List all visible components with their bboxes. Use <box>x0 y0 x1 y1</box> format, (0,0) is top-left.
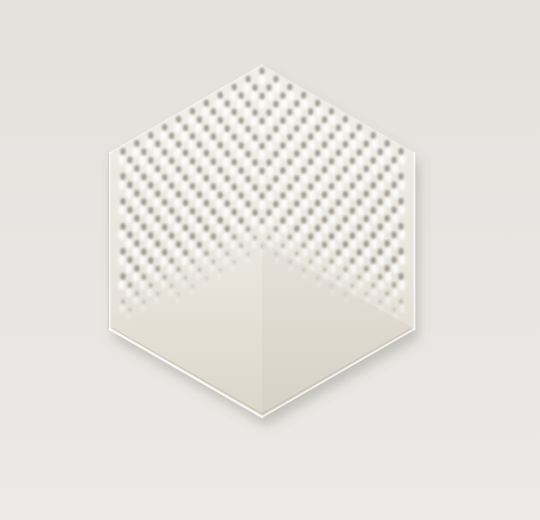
artwork-photo <box>0 0 540 520</box>
hexagon-relief-artwork <box>0 0 540 520</box>
